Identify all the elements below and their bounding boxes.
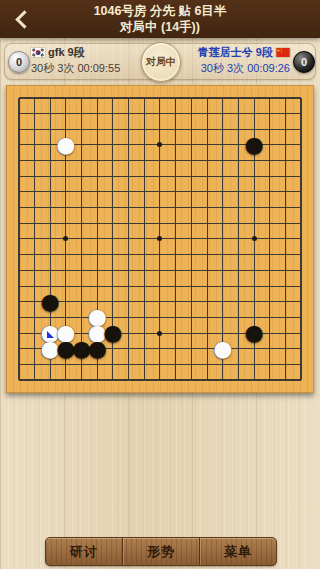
board-point[interactable]: [278, 278, 294, 294]
board-point[interactable]: [231, 372, 247, 388]
board-point[interactable]: [136, 106, 152, 122]
board-point[interactable]: [293, 310, 309, 326]
board-point[interactable]: [184, 184, 200, 200]
board-point[interactable]: [27, 372, 43, 388]
board-point[interactable]: [168, 90, 184, 106]
board-point[interactable]: [231, 200, 247, 216]
board-point[interactable]: [262, 247, 278, 263]
board-point[interactable]: [89, 168, 105, 184]
board-point[interactable]: [42, 90, 58, 106]
board-point[interactable]: [262, 278, 278, 294]
board-point[interactable]: [152, 341, 168, 357]
board-point[interactable]: [152, 215, 168, 231]
board-point[interactable]: [105, 137, 121, 153]
board-point[interactable]: [136, 121, 152, 137]
board-point[interactable]: [262, 90, 278, 106]
board-point[interactable]: [168, 137, 184, 153]
board-point[interactable]: [293, 90, 309, 106]
board-point[interactable]: [11, 341, 27, 357]
board-point[interactable]: [121, 247, 137, 263]
board-point[interactable]: [199, 200, 215, 216]
board-point[interactable]: [11, 372, 27, 388]
board-point[interactable]: [105, 247, 121, 263]
board-point[interactable]: [215, 263, 231, 279]
board-point[interactable]: [262, 231, 278, 247]
board-point[interactable]: [27, 184, 43, 200]
board-point[interactable]: [293, 200, 309, 216]
board-point[interactable]: [136, 341, 152, 357]
board-point[interactable]: [199, 215, 215, 231]
board-point[interactable]: ●: [42, 294, 58, 310]
board-point[interactable]: [293, 357, 309, 373]
board-point[interactable]: [215, 106, 231, 122]
board-point[interactable]: [136, 231, 152, 247]
board-point[interactable]: [136, 325, 152, 341]
board-point[interactable]: [74, 137, 90, 153]
board-point[interactable]: [199, 372, 215, 388]
board-point[interactable]: [215, 247, 231, 263]
board-point[interactable]: [168, 231, 184, 247]
board-point[interactable]: [27, 247, 43, 263]
board-point[interactable]: [262, 200, 278, 216]
board-point[interactable]: [168, 106, 184, 122]
board-point[interactable]: [278, 325, 294, 341]
board-point[interactable]: [121, 263, 137, 279]
board-point[interactable]: [278, 372, 294, 388]
board-point[interactable]: [11, 357, 27, 373]
board-point[interactable]: [262, 215, 278, 231]
board-point[interactable]: [246, 278, 262, 294]
board-point[interactable]: [278, 184, 294, 200]
board-point[interactable]: [199, 294, 215, 310]
board-point[interactable]: [168, 263, 184, 279]
board-point[interactable]: [89, 200, 105, 216]
menu-button[interactable]: 菜单: [199, 538, 276, 565]
board-point[interactable]: [215, 90, 231, 106]
board-point[interactable]: [89, 372, 105, 388]
board-point[interactable]: [42, 184, 58, 200]
board-point[interactable]: ●: [105, 325, 121, 341]
board-point[interactable]: [74, 184, 90, 200]
board-point[interactable]: [215, 121, 231, 137]
board-point[interactable]: [58, 294, 74, 310]
board-point[interactable]: [278, 121, 294, 137]
board-point[interactable]: [152, 153, 168, 169]
board-point[interactable]: [184, 372, 200, 388]
board-point[interactable]: [27, 263, 43, 279]
board-point[interactable]: [121, 341, 137, 357]
board-point[interactable]: [293, 153, 309, 169]
board-point[interactable]: [262, 137, 278, 153]
board-point[interactable]: [27, 106, 43, 122]
board-point[interactable]: [136, 168, 152, 184]
board-point[interactable]: [11, 310, 27, 326]
board-point[interactable]: [27, 90, 43, 106]
board-point[interactable]: [42, 168, 58, 184]
board-point[interactable]: [58, 372, 74, 388]
board-point[interactable]: [184, 153, 200, 169]
board-point[interactable]: [121, 200, 137, 216]
board-point[interactable]: [11, 325, 27, 341]
board-point[interactable]: [184, 231, 200, 247]
board-point[interactable]: [105, 184, 121, 200]
board-point[interactable]: [58, 247, 74, 263]
board-point[interactable]: [121, 137, 137, 153]
board-point[interactable]: [168, 200, 184, 216]
board-point[interactable]: [136, 215, 152, 231]
board-point[interactable]: [89, 278, 105, 294]
board-point[interactable]: [168, 357, 184, 373]
board-point[interactable]: [262, 341, 278, 357]
board-point[interactable]: [184, 121, 200, 137]
board-point[interactable]: [27, 200, 43, 216]
board-point[interactable]: [278, 263, 294, 279]
board-point[interactable]: [168, 184, 184, 200]
board-point[interactable]: [199, 137, 215, 153]
board-point[interactable]: [89, 263, 105, 279]
game-status-button[interactable]: 对局中: [141, 42, 181, 82]
board-point[interactable]: [27, 121, 43, 137]
board-point[interactable]: [152, 121, 168, 137]
territory-button[interactable]: 形势: [122, 538, 199, 565]
board-point[interactable]: [121, 121, 137, 137]
board-point[interactable]: [293, 121, 309, 137]
board-point[interactable]: [152, 278, 168, 294]
board-point[interactable]: ●: [246, 137, 262, 153]
board-point[interactable]: [152, 247, 168, 263]
board-point[interactable]: [105, 294, 121, 310]
board-point[interactable]: [74, 200, 90, 216]
board-point[interactable]: [58, 231, 74, 247]
board-point[interactable]: [121, 294, 137, 310]
board-point[interactable]: [168, 215, 184, 231]
board-point[interactable]: [246, 263, 262, 279]
board-point[interactable]: [293, 263, 309, 279]
board-point[interactable]: [184, 137, 200, 153]
board-point[interactable]: [152, 106, 168, 122]
board-point[interactable]: [152, 168, 168, 184]
board-point[interactable]: [246, 106, 262, 122]
board-point[interactable]: [11, 231, 27, 247]
board-point[interactable]: [27, 215, 43, 231]
board-point[interactable]: [121, 106, 137, 122]
board-point[interactable]: [11, 121, 27, 137]
board-point[interactable]: [105, 200, 121, 216]
board-point[interactable]: [74, 247, 90, 263]
board-point[interactable]: [246, 168, 262, 184]
board-point[interactable]: [231, 247, 247, 263]
board-point[interactable]: [74, 231, 90, 247]
board-point[interactable]: [168, 153, 184, 169]
board-point[interactable]: [152, 310, 168, 326]
board-point[interactable]: [121, 215, 137, 231]
board-point[interactable]: [74, 278, 90, 294]
board-point[interactable]: [262, 357, 278, 373]
board-point[interactable]: [184, 325, 200, 341]
board-point[interactable]: [168, 294, 184, 310]
board-point[interactable]: ●: [89, 341, 105, 357]
board-point[interactable]: [152, 325, 168, 341]
board-point[interactable]: [246, 357, 262, 373]
board-point[interactable]: [74, 215, 90, 231]
board-point[interactable]: [89, 137, 105, 153]
board-point[interactable]: [121, 310, 137, 326]
back-button[interactable]: [8, 0, 40, 38]
board-point[interactable]: [121, 278, 137, 294]
board-point[interactable]: [199, 184, 215, 200]
board-point[interactable]: [184, 215, 200, 231]
board-point[interactable]: [184, 263, 200, 279]
board-point[interactable]: [11, 294, 27, 310]
board-point[interactable]: [215, 200, 231, 216]
board-point[interactable]: [121, 357, 137, 373]
board-point[interactable]: [121, 90, 137, 106]
board-point[interactable]: [199, 90, 215, 106]
board-point[interactable]: [11, 106, 27, 122]
board-point[interactable]: [293, 325, 309, 341]
board-point[interactable]: [11, 200, 27, 216]
board-point[interactable]: [231, 263, 247, 279]
board-point[interactable]: [231, 106, 247, 122]
board-point[interactable]: [215, 372, 231, 388]
board-point[interactable]: [152, 357, 168, 373]
board-point[interactable]: [199, 231, 215, 247]
board-point[interactable]: [278, 200, 294, 216]
board-point[interactable]: [89, 106, 105, 122]
board-point[interactable]: [246, 215, 262, 231]
board-point[interactable]: [293, 278, 309, 294]
board-point[interactable]: [184, 341, 200, 357]
board-point[interactable]: [11, 137, 27, 153]
board-point[interactable]: [293, 247, 309, 263]
board-point[interactable]: [121, 153, 137, 169]
board-point[interactable]: [89, 153, 105, 169]
board-point[interactable]: [231, 278, 247, 294]
board-point[interactable]: [11, 90, 27, 106]
board-point[interactable]: [136, 137, 152, 153]
board-point[interactable]: ●: [215, 341, 231, 357]
board-point[interactable]: [89, 215, 105, 231]
board-point[interactable]: [246, 90, 262, 106]
board-point[interactable]: [136, 294, 152, 310]
board-point[interactable]: [293, 372, 309, 388]
board-point[interactable]: [184, 168, 200, 184]
board-point[interactable]: [74, 168, 90, 184]
board-point[interactable]: [58, 278, 74, 294]
board-point[interactable]: [105, 215, 121, 231]
board-point[interactable]: [89, 90, 105, 106]
board-point[interactable]: [199, 310, 215, 326]
board-point[interactable]: [136, 278, 152, 294]
board-point[interactable]: [152, 294, 168, 310]
board-point[interactable]: [27, 168, 43, 184]
board-point[interactable]: [152, 137, 168, 153]
board-point[interactable]: [42, 215, 58, 231]
board-point[interactable]: [184, 247, 200, 263]
board-point[interactable]: [262, 325, 278, 341]
board-point[interactable]: [105, 263, 121, 279]
board-point[interactable]: [136, 184, 152, 200]
board-point[interactable]: [199, 121, 215, 137]
board-point[interactable]: [278, 137, 294, 153]
board-point[interactable]: [293, 168, 309, 184]
board-point[interactable]: [262, 184, 278, 200]
board-point[interactable]: [11, 215, 27, 231]
board-point[interactable]: [136, 357, 152, 373]
board-point[interactable]: [58, 90, 74, 106]
board-point[interactable]: [215, 294, 231, 310]
board-point[interactable]: [231, 231, 247, 247]
board-point[interactable]: [89, 231, 105, 247]
board-point[interactable]: [168, 278, 184, 294]
board-point[interactable]: [168, 121, 184, 137]
board-point[interactable]: [246, 372, 262, 388]
board-point[interactable]: [89, 247, 105, 263]
board-point[interactable]: [74, 153, 90, 169]
board-point[interactable]: [74, 90, 90, 106]
board-point[interactable]: [152, 90, 168, 106]
board-point[interactable]: [168, 372, 184, 388]
board-point[interactable]: [199, 278, 215, 294]
board-point[interactable]: [11, 168, 27, 184]
board-point[interactable]: [168, 341, 184, 357]
board-point[interactable]: [184, 90, 200, 106]
board-point[interactable]: [184, 357, 200, 373]
board-point[interactable]: [293, 341, 309, 357]
board-point[interactable]: [262, 106, 278, 122]
board-point[interactable]: [11, 263, 27, 279]
board-point[interactable]: [262, 121, 278, 137]
board-point[interactable]: [278, 215, 294, 231]
board-point[interactable]: [42, 372, 58, 388]
board-point[interactable]: [42, 200, 58, 216]
board-point[interactable]: [278, 357, 294, 373]
board-point[interactable]: [11, 153, 27, 169]
board-point[interactable]: [293, 184, 309, 200]
board-point[interactable]: [278, 247, 294, 263]
board-point[interactable]: [262, 153, 278, 169]
board-point[interactable]: [105, 278, 121, 294]
board-point[interactable]: [293, 231, 309, 247]
board-point[interactable]: [168, 325, 184, 341]
board-point[interactable]: [215, 137, 231, 153]
board-point[interactable]: [27, 231, 43, 247]
board-point[interactable]: [199, 153, 215, 169]
board-point[interactable]: [199, 263, 215, 279]
board-point[interactable]: [168, 168, 184, 184]
board-point[interactable]: [278, 310, 294, 326]
board-point[interactable]: [89, 121, 105, 137]
board-point[interactable]: [11, 278, 27, 294]
board-point[interactable]: [136, 263, 152, 279]
board-point[interactable]: [199, 106, 215, 122]
board-point[interactable]: [278, 90, 294, 106]
board-point[interactable]: [121, 184, 137, 200]
board-point[interactable]: [184, 106, 200, 122]
board-point[interactable]: [42, 263, 58, 279]
board-point[interactable]: [152, 200, 168, 216]
board-point[interactable]: [184, 310, 200, 326]
board-point[interactable]: [231, 90, 247, 106]
board-point[interactable]: [58, 263, 74, 279]
board-point[interactable]: [58, 106, 74, 122]
board-point[interactable]: [278, 153, 294, 169]
board-point[interactable]: [42, 106, 58, 122]
board-point[interactable]: [231, 294, 247, 310]
board-point[interactable]: [136, 310, 152, 326]
board-point[interactable]: [27, 137, 43, 153]
board-point[interactable]: [184, 200, 200, 216]
board-point[interactable]: [293, 106, 309, 122]
board-point[interactable]: [11, 247, 27, 263]
board-point[interactable]: [105, 106, 121, 122]
board-point[interactable]: [152, 184, 168, 200]
board-point[interactable]: [262, 372, 278, 388]
board-point[interactable]: [58, 184, 74, 200]
board-point[interactable]: [215, 278, 231, 294]
board-point[interactable]: [246, 200, 262, 216]
board-point[interactable]: [168, 310, 184, 326]
board-point[interactable]: [246, 231, 262, 247]
board-point[interactable]: [246, 247, 262, 263]
board-point[interactable]: [231, 168, 247, 184]
board-point[interactable]: [262, 294, 278, 310]
board-point[interactable]: [58, 168, 74, 184]
board-point[interactable]: [27, 153, 43, 169]
board-point[interactable]: [215, 310, 231, 326]
board-point[interactable]: [262, 310, 278, 326]
board-point[interactable]: [278, 341, 294, 357]
board-point[interactable]: [278, 168, 294, 184]
board-point[interactable]: [184, 278, 200, 294]
board-point[interactable]: [278, 294, 294, 310]
board-point[interactable]: [293, 137, 309, 153]
board-point[interactable]: [105, 357, 121, 373]
board-point[interactable]: [105, 121, 121, 137]
board-point[interactable]: ●: [246, 325, 262, 341]
board-point[interactable]: [105, 372, 121, 388]
board-point[interactable]: [58, 200, 74, 216]
board-point[interactable]: [136, 153, 152, 169]
board-point[interactable]: [262, 168, 278, 184]
discuss-button[interactable]: 研讨: [46, 538, 122, 565]
board-point[interactable]: [136, 247, 152, 263]
board-point[interactable]: [246, 184, 262, 200]
board-point[interactable]: [136, 90, 152, 106]
board-point[interactable]: [42, 231, 58, 247]
board-point[interactable]: [184, 294, 200, 310]
board-point[interactable]: [199, 168, 215, 184]
board-point[interactable]: [105, 231, 121, 247]
board-point[interactable]: [11, 184, 27, 200]
board-point[interactable]: [215, 231, 231, 247]
board-point[interactable]: [215, 215, 231, 231]
board-point[interactable]: [168, 247, 184, 263]
board-point[interactable]: [293, 294, 309, 310]
board-point[interactable]: [74, 121, 90, 137]
board-point[interactable]: [105, 153, 121, 169]
board-point[interactable]: [215, 184, 231, 200]
board-point[interactable]: ●: [58, 137, 74, 153]
board-point[interactable]: [121, 231, 137, 247]
board-point[interactable]: [246, 294, 262, 310]
board-point[interactable]: [152, 231, 168, 247]
board-point[interactable]: [152, 263, 168, 279]
board-point[interactable]: [231, 215, 247, 231]
board-point[interactable]: [293, 215, 309, 231]
board-point[interactable]: [152, 372, 168, 388]
board-point[interactable]: [215, 153, 231, 169]
